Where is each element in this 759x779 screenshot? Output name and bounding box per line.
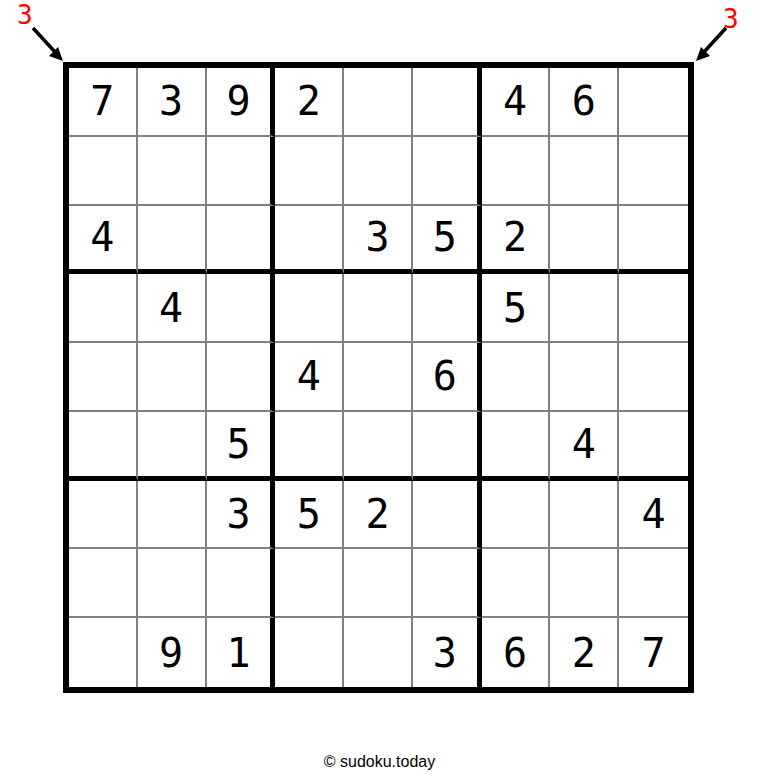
cell-r5c9[interactable] (619, 343, 688, 412)
cell-r7c9[interactable]: 4 (619, 481, 688, 550)
cell-r9c7[interactable]: 6 (482, 618, 551, 687)
given-digit: 4 (159, 288, 183, 328)
cell-r5c2[interactable] (138, 343, 207, 412)
cell-r5c8[interactable] (550, 343, 619, 412)
cell-r3c7[interactable]: 2 (482, 206, 551, 275)
cell-r8c4[interactable] (275, 549, 344, 618)
cell-r5c4[interactable]: 4 (275, 343, 344, 412)
cell-r1c3[interactable]: 9 (207, 68, 276, 137)
given-digit: 2 (572, 633, 596, 673)
cell-r9c9[interactable]: 7 (619, 618, 688, 687)
cell-r2c4[interactable] (275, 137, 344, 206)
given-digit: 6 (503, 633, 527, 673)
cell-r3c5[interactable]: 3 (344, 206, 413, 275)
copyright-text: © sudoku.today (0, 753, 759, 771)
cell-r5c7[interactable] (482, 343, 551, 412)
cell-r4c2[interactable]: 4 (138, 274, 207, 343)
cell-r6c5[interactable] (344, 412, 413, 481)
cell-r2c7[interactable] (482, 137, 551, 206)
diagonal-arrow-top-left-icon (28, 24, 70, 66)
cell-r1c7[interactable]: 4 (482, 68, 551, 137)
cell-r3c1[interactable]: 4 (69, 206, 138, 275)
cell-r7c4[interactable]: 5 (275, 481, 344, 550)
given-digit: 6 (572, 81, 596, 121)
cell-r2c8[interactable] (550, 137, 619, 206)
cell-r8c1[interactable] (69, 549, 138, 618)
cell-r3c3[interactable] (207, 206, 276, 275)
given-digit: 7 (642, 633, 666, 673)
cell-r9c2[interactable]: 9 (138, 618, 207, 687)
cell-r9c6[interactable]: 3 (413, 618, 482, 687)
given-digit: 4 (642, 494, 666, 534)
cell-r1c9[interactable] (619, 68, 688, 137)
given-digit: 2 (365, 494, 389, 534)
cell-r1c4[interactable]: 2 (275, 68, 344, 137)
given-digit: 9 (226, 81, 250, 121)
given-digit: 6 (433, 356, 457, 396)
cell-r6c7[interactable] (482, 412, 551, 481)
given-digit: 3 (365, 217, 389, 257)
cell-r4c1[interactable] (69, 274, 138, 343)
cell-r7c8[interactable] (550, 481, 619, 550)
given-digit: 4 (572, 424, 596, 464)
given-digit: 2 (297, 81, 321, 121)
cell-r7c1[interactable] (69, 481, 138, 550)
cell-r8c5[interactable] (344, 549, 413, 618)
cell-r7c5[interactable]: 2 (344, 481, 413, 550)
sudoku-page: 3 3 73924643524546543524913627 © sudoku.… (0, 0, 759, 779)
cell-r5c5[interactable] (344, 343, 413, 412)
cell-r6c4[interactable] (275, 412, 344, 481)
cell-r8c7[interactable] (482, 549, 551, 618)
cell-r7c6[interactable] (413, 481, 482, 550)
cell-r4c7[interactable]: 5 (482, 274, 551, 343)
given-digit: 5 (503, 288, 527, 328)
cell-r2c2[interactable] (138, 137, 207, 206)
given-digit: 9 (159, 633, 183, 673)
cell-r1c8[interactable]: 6 (550, 68, 619, 137)
cell-r1c2[interactable]: 3 (138, 68, 207, 137)
cell-r8c3[interactable] (207, 549, 276, 618)
given-digit: 3 (159, 81, 183, 121)
cell-r2c9[interactable] (619, 137, 688, 206)
given-digit: 2 (503, 217, 527, 257)
cell-r6c8[interactable]: 4 (550, 412, 619, 481)
cell-r8c9[interactable] (619, 549, 688, 618)
cell-r9c4[interactable] (275, 618, 344, 687)
cell-r9c3[interactable]: 1 (207, 618, 276, 687)
cell-r2c6[interactable] (413, 137, 482, 206)
given-digit: 5 (226, 424, 250, 464)
cell-r6c1[interactable] (69, 412, 138, 481)
cell-r6c6[interactable] (413, 412, 482, 481)
cell-r5c3[interactable] (207, 343, 276, 412)
given-digit: 4 (297, 356, 321, 396)
cell-r8c6[interactable] (413, 549, 482, 618)
cell-r7c2[interactable] (138, 481, 207, 550)
cell-r4c5[interactable] (344, 274, 413, 343)
cell-r2c5[interactable] (344, 137, 413, 206)
cell-r1c6[interactable] (413, 68, 482, 137)
cell-r4c8[interactable] (550, 274, 619, 343)
cell-r3c6[interactable]: 5 (413, 206, 482, 275)
cell-r5c6[interactable]: 6 (413, 343, 482, 412)
sudoku-board: 73924643524546543524913627 (63, 62, 694, 693)
cell-r4c4[interactable] (275, 274, 344, 343)
given-digit: 1 (226, 633, 250, 673)
cell-r8c8[interactable] (550, 549, 619, 618)
cell-r4c9[interactable] (619, 274, 688, 343)
diagonal-arrow-top-right-icon (689, 24, 731, 66)
given-digit: 4 (503, 81, 527, 121)
cell-r7c3[interactable]: 3 (207, 481, 276, 550)
cell-r8c2[interactable] (138, 549, 207, 618)
given-digit: 3 (433, 633, 457, 673)
cell-r7c7[interactable] (482, 481, 551, 550)
cell-r4c3[interactable] (207, 274, 276, 343)
cell-r1c5[interactable] (344, 68, 413, 137)
cell-r2c1[interactable] (69, 137, 138, 206)
given-digit: 3 (226, 494, 250, 534)
cell-r9c8[interactable]: 2 (550, 618, 619, 687)
cell-r9c1[interactable] (69, 618, 138, 687)
cell-r4c6[interactable] (413, 274, 482, 343)
given-digit: 5 (433, 217, 457, 257)
cell-r2c3[interactable] (207, 137, 276, 206)
given-digit: 7 (90, 81, 114, 121)
cell-r3c8[interactable] (550, 206, 619, 275)
given-digit: 5 (297, 494, 321, 534)
given-digit: 4 (90, 217, 114, 257)
cell-r5c1[interactable] (69, 343, 138, 412)
cell-r9c5[interactable] (344, 618, 413, 687)
cell-r3c2[interactable] (138, 206, 207, 275)
cell-r3c9[interactable] (619, 206, 688, 275)
cell-r1c1[interactable]: 7 (69, 68, 138, 137)
cell-r6c2[interactable] (138, 412, 207, 481)
cell-r3c4[interactable] (275, 206, 344, 275)
cell-r6c3[interactable]: 5 (207, 412, 276, 481)
cell-r6c9[interactable] (619, 412, 688, 481)
